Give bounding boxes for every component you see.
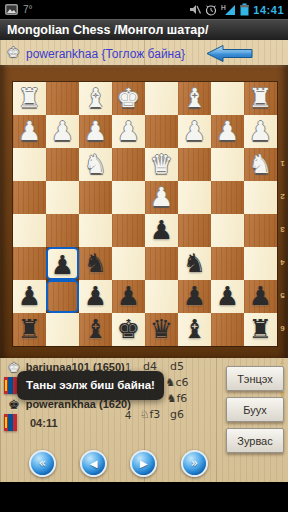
white-r-piece: ♜: [13, 82, 46, 115]
temperature-label: 7°: [23, 4, 33, 15]
resign-button[interactable]: Буух: [226, 397, 284, 422]
status-bar: 7° H 14:41: [0, 0, 288, 19]
white-p-piece: ♟: [112, 115, 145, 148]
square-h1[interactable]: ♜: [13, 82, 46, 115]
white-p-piece: ♟: [79, 115, 112, 148]
square-g1[interactable]: [46, 82, 79, 115]
square-f3[interactable]: ♞: [79, 148, 112, 181]
square-a5[interactable]: [244, 214, 277, 247]
black-clock: 04:11: [30, 417, 58, 429]
clock-time: 14:41: [253, 4, 284, 16]
white-move: ♘f3: [136, 407, 164, 423]
square-h5[interactable]: [13, 214, 46, 247]
square-h4[interactable]: [13, 181, 46, 214]
prev-move-icon: ◀: [82, 452, 105, 475]
white-q-piece: ♛: [145, 148, 178, 181]
square-a7[interactable]: ♟: [244, 280, 277, 313]
square-e2[interactable]: ♟: [112, 115, 145, 148]
black-p-piece: ♟: [211, 280, 244, 313]
black-move: ♞c6: [163, 375, 191, 391]
square-g5[interactable]: [46, 214, 79, 247]
black-move: g6: [163, 407, 191, 423]
network-type: H: [221, 4, 226, 11]
gallery-icon: [5, 4, 18, 15]
black-k-piece: ♚: [112, 313, 145, 346]
square-h8[interactable]: ♜: [13, 313, 46, 346]
square-d5[interactable]: ♟: [145, 214, 178, 247]
square-f1[interactable]: ♝: [79, 82, 112, 115]
square-a3[interactable]: ♞: [244, 148, 277, 181]
square-g3[interactable]: [46, 148, 79, 181]
signal-icon: H: [221, 4, 236, 16]
white-p-piece: ♟: [13, 115, 46, 148]
square-h6[interactable]: [13, 247, 46, 280]
first-move-icon: «: [31, 452, 54, 475]
square-c6[interactable]: ♞: [178, 247, 211, 280]
square-d8[interactable]: ♛: [145, 313, 178, 346]
black-r-piece: ♜: [13, 313, 46, 346]
title-bar: Mongolian Chess /Монгол шатар/: [0, 19, 288, 40]
black-p-piece: ♟: [13, 280, 46, 313]
white-k-piece: ♚: [112, 82, 145, 115]
prev-move-button[interactable]: ◀: [80, 450, 107, 477]
white-p-piece: ♟: [145, 181, 178, 214]
square-f2[interactable]: ♟: [79, 115, 112, 148]
rank-label: 2: [277, 180, 288, 213]
next-move-button[interactable]: ▶: [130, 450, 157, 477]
square-c2[interactable]: ♟: [178, 115, 211, 148]
black-p-piece: ♟: [112, 280, 145, 313]
square-b6[interactable]: [211, 247, 244, 280]
rank-label: 1: [277, 147, 288, 180]
white-p-piece: ♟: [178, 115, 211, 148]
square-d3[interactable]: ♛: [145, 148, 178, 181]
black-b-piece: ♝: [178, 313, 211, 346]
rank-label: 3: [277, 213, 288, 246]
square-d1[interactable]: [145, 82, 178, 115]
square-e6[interactable]: [112, 247, 145, 280]
square-d6[interactable]: [145, 247, 178, 280]
black-p-piece: ♟: [48, 249, 77, 282]
black-move: d5: [163, 359, 191, 375]
square-e3[interactable]: [112, 148, 145, 181]
square-c8[interactable]: ♝: [178, 313, 211, 346]
page-title: Mongolian Chess /Монгол шатар/: [0, 20, 288, 40]
square-d2[interactable]: [145, 115, 178, 148]
active-player-label: powerankhaa {Тоглож байна}: [26, 47, 185, 61]
android-nav-bar: [0, 482, 288, 512]
square-f5[interactable]: [79, 214, 112, 247]
white-p-piece: ♟: [211, 115, 244, 148]
first-move-button[interactable]: «: [29, 450, 56, 477]
black-n-piece: ♞: [178, 247, 211, 280]
next-move-icon: ▶: [132, 452, 155, 475]
square-b2[interactable]: ♟: [211, 115, 244, 148]
square-a2[interactable]: ♟: [244, 115, 277, 148]
back-arrow-icon[interactable]: [205, 44, 254, 63]
square-g4[interactable]: [46, 181, 79, 214]
battery-icon: [240, 3, 249, 16]
move-number: 4: [110, 407, 131, 423]
black-p-piece: ♟: [79, 280, 112, 313]
square-e5[interactable]: [112, 214, 145, 247]
square-a4[interactable]: [244, 181, 277, 214]
square-c3[interactable]: [178, 148, 211, 181]
square-b4[interactable]: [211, 181, 244, 214]
square-a6[interactable]: [244, 247, 277, 280]
rank-label: 4: [277, 246, 288, 279]
square-e1[interactable]: ♚: [112, 82, 145, 115]
white-p-piece: ♟: [46, 115, 79, 148]
square-g7[interactable]: [46, 280, 79, 313]
square-c1[interactable]: ♝: [178, 82, 211, 115]
mongolia-flag-icon: [4, 414, 17, 431]
square-f8[interactable]: ♝: [79, 313, 112, 346]
square-d7[interactable]: [145, 280, 178, 313]
black-b-piece: ♝: [79, 313, 112, 346]
square-e4[interactable]: [112, 181, 145, 214]
square-c5[interactable]: [178, 214, 211, 247]
square-g8[interactable]: [46, 313, 79, 346]
square-b1[interactable]: [211, 82, 244, 115]
black-r-piece: ♜: [244, 313, 277, 346]
square-g2[interactable]: ♟: [46, 115, 79, 148]
black-move: ♞f6: [163, 391, 191, 407]
mute-icon: [189, 4, 201, 15]
black-king-icon: ♚: [8, 397, 20, 412]
white-r-piece: ♜: [244, 82, 277, 115]
white-n-piece: ♞: [244, 148, 277, 181]
draw-button[interactable]: Тэнцэх: [226, 366, 284, 391]
black-n-piece: ♞: [79, 247, 112, 280]
white-n-piece: ♞: [79, 148, 112, 181]
black-p-piece: ♟: [145, 214, 178, 247]
message-button[interactable]: Зурвас: [226, 428, 284, 453]
last-move-button[interactable]: »: [181, 450, 208, 477]
rank-label: 6: [277, 312, 288, 345]
app-screen: 7° H 14:41: [0, 0, 288, 512]
black-p-piece: ♟: [244, 280, 277, 313]
rank-label: 5: [277, 279, 288, 312]
square-b7[interactable]: ♟: [211, 280, 244, 313]
square-b5[interactable]: [211, 214, 244, 247]
square-e7[interactable]: ♟: [112, 280, 145, 313]
square-h7[interactable]: ♟: [13, 280, 46, 313]
square-b3[interactable]: [211, 148, 244, 181]
white-b-piece: ♝: [178, 82, 211, 115]
white-p-piece: ♟: [244, 115, 277, 148]
square-a1[interactable]: ♜: [244, 82, 277, 115]
mongolia-flag-icon: [4, 377, 17, 394]
last-move-icon: »: [183, 452, 206, 475]
square-a8[interactable]: ♜: [244, 313, 277, 346]
square-f7[interactable]: ♟: [79, 280, 112, 313]
square-b8[interactable]: [211, 313, 244, 346]
toast-message: Таны ээлж биш байна!: [17, 371, 164, 400]
square-d4[interactable]: ♟: [145, 181, 178, 214]
square-g6[interactable]: ♟: [46, 247, 79, 280]
white-king-icon: ♚: [7, 44, 20, 60]
square-f4[interactable]: [79, 181, 112, 214]
square-c4[interactable]: [178, 181, 211, 214]
alarm-icon: [205, 4, 217, 16]
square-c7[interactable]: ♟: [178, 280, 211, 313]
white-b-piece: ♝: [79, 82, 112, 115]
black-q-piece: ♛: [145, 313, 178, 346]
square-f6[interactable]: ♞: [79, 247, 112, 280]
board-grid: ♜♝♚♝♜♟♟♟♟♟♟♟♞♛♞♟♟♟♞♞♟♟♟♟♟♟♜♝♚♛♝♜: [13, 82, 277, 346]
square-h2[interactable]: ♟: [13, 115, 46, 148]
square-h3[interactable]: [13, 148, 46, 181]
black-p-piece: ♟: [178, 280, 211, 313]
square-e8[interactable]: ♚: [112, 313, 145, 346]
